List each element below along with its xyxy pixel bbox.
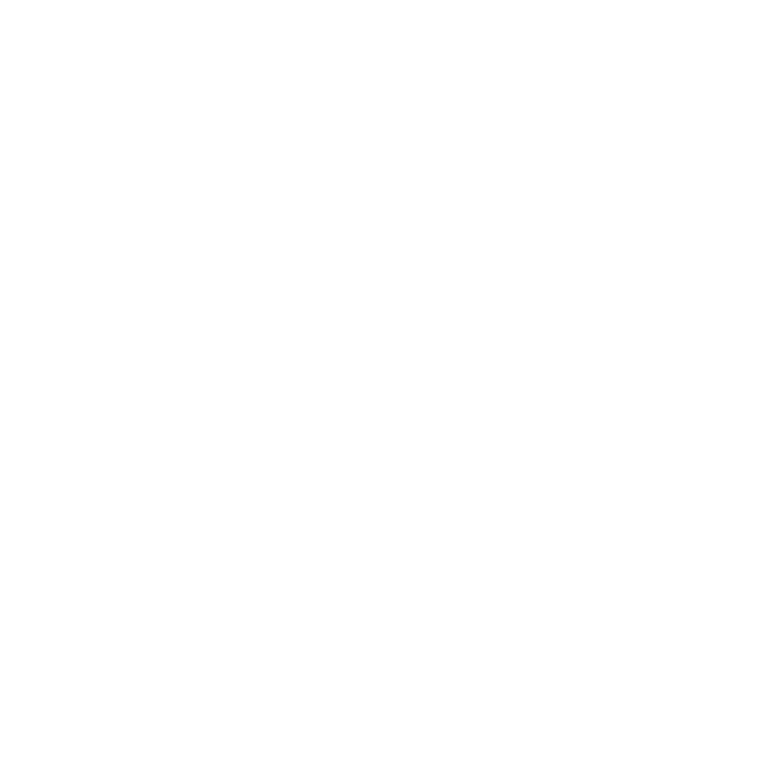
chess-product-photo <box>0 0 777 777</box>
chessboard <box>0 0 777 777</box>
